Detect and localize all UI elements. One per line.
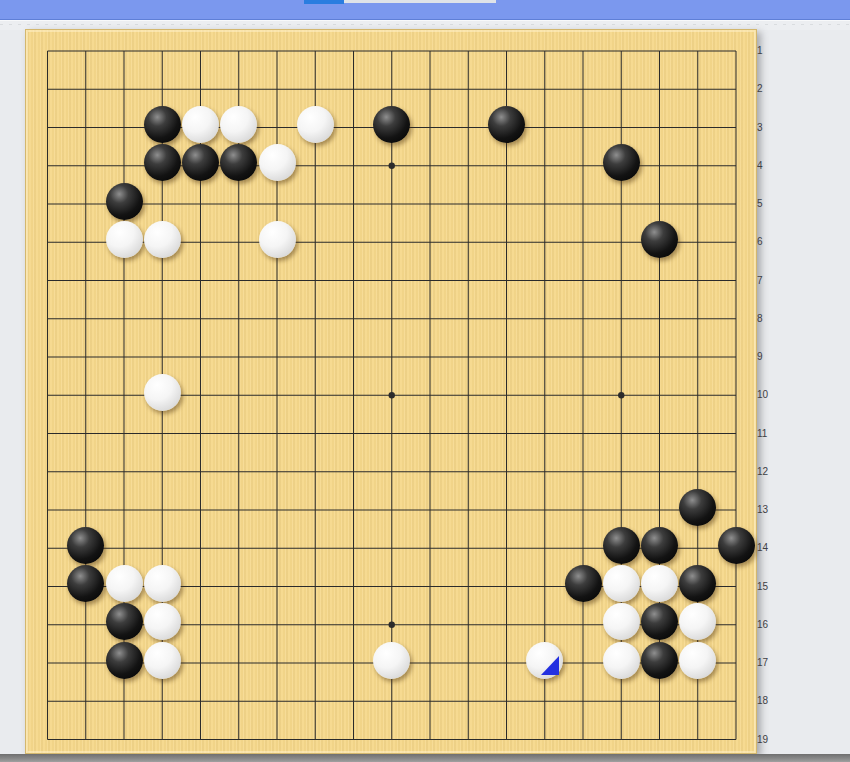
- stone-black: [144, 106, 181, 143]
- row-label-10: 10: [757, 389, 775, 401]
- stone-white: [373, 642, 410, 679]
- row-label-4: 4: [757, 160, 775, 172]
- row-label-7: 7: [757, 275, 775, 287]
- stone-black: [603, 527, 640, 564]
- browser-top-bar: [0, 0, 850, 20]
- stone-black: [106, 603, 143, 640]
- stone-black: [641, 221, 678, 258]
- row-label-12: 12: [757, 466, 775, 478]
- stone-black: [106, 183, 143, 220]
- stone-white: [679, 603, 716, 640]
- stone-black: [641, 527, 678, 564]
- stone-black: [220, 144, 257, 181]
- last-move-triangle-marker: [539, 655, 561, 677]
- stone-black: [182, 144, 219, 181]
- stone-white: [603, 603, 640, 640]
- row-label-15: 15: [757, 581, 775, 593]
- tab-accent-gray: [344, 0, 496, 3]
- row-label-17: 17: [757, 657, 775, 669]
- tab-accent-blue: [304, 0, 344, 4]
- stone-white: [106, 565, 143, 602]
- stone-white: [220, 106, 257, 143]
- stone-white: [297, 106, 334, 143]
- stone-black: [67, 527, 104, 564]
- stone-black: [67, 565, 104, 602]
- stone-white: [106, 221, 143, 258]
- stones-layer: [28, 32, 755, 759]
- stone-black: [488, 106, 525, 143]
- stone-black: [144, 144, 181, 181]
- row-label-13: 13: [757, 504, 775, 516]
- row-label-6: 6: [757, 236, 775, 248]
- stone-white: [144, 374, 181, 411]
- bottom-scroll-bar: [0, 754, 850, 762]
- stone-white: [603, 642, 640, 679]
- stone-white: [182, 106, 219, 143]
- stone-white: [679, 642, 716, 679]
- stone-white: [259, 221, 296, 258]
- stone-black: [373, 106, 410, 143]
- stone-black: [641, 603, 678, 640]
- stone-black: [718, 527, 755, 564]
- stone-white: [641, 565, 678, 602]
- stone-black: [641, 642, 678, 679]
- row-label-8: 8: [757, 313, 775, 325]
- stone-white: [144, 565, 181, 602]
- row-label-11: 11: [757, 428, 775, 440]
- row-label-9: 9: [757, 351, 775, 363]
- row-label-16: 16: [757, 619, 775, 631]
- row-label-18: 18: [757, 695, 775, 707]
- row-label-5: 5: [757, 198, 775, 210]
- row-label-14: 14: [757, 542, 775, 554]
- stone-black: [679, 565, 716, 602]
- stone-white: [603, 565, 640, 602]
- stone-white: [144, 603, 181, 640]
- row-label-2: 2: [757, 83, 775, 95]
- go-board[interactable]: [25, 29, 757, 754]
- stone-white: [144, 642, 181, 679]
- stone-black: [565, 565, 602, 602]
- stone-white: [259, 144, 296, 181]
- stone-black: [603, 144, 640, 181]
- stone-black: [679, 489, 716, 526]
- row-label-3: 3: [757, 122, 775, 134]
- stone-black: [106, 642, 143, 679]
- row-label-19: 19: [757, 734, 775, 746]
- stone-white: [144, 221, 181, 258]
- row-label-1: 1: [757, 45, 775, 57]
- stone-white-marked: [526, 642, 563, 679]
